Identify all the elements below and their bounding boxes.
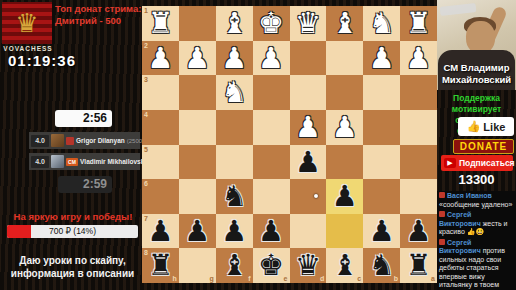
top-donation-value: Дмитрий - 500 xyxy=(55,15,150,27)
channel-logo: ♛ xyxy=(2,2,52,44)
piece-wQ: ♛ xyxy=(290,6,327,41)
piece-bP: ♟ xyxy=(142,214,179,249)
piece-bP: ♟ xyxy=(253,214,290,249)
piece-bR: ♜ xyxy=(400,248,437,283)
rank-label: 6 xyxy=(144,180,148,187)
piece-bP: ♟ xyxy=(400,214,437,249)
title-badge-icon xyxy=(66,137,74,145)
match-score-black: 4.0 xyxy=(31,156,49,168)
square-e8[interactable]: e♚ xyxy=(253,248,290,283)
piece-wP: ♟ xyxy=(290,110,327,145)
donate-button[interactable]: DONATE xyxy=(453,139,514,154)
donation-progress-bar: 700 ₽ (14%) xyxy=(7,225,138,238)
piece-bK: ♚ xyxy=(253,248,290,283)
square-d6[interactable] xyxy=(290,179,327,214)
piece-wB: ♝ xyxy=(326,6,363,41)
square-b8[interactable]: b♞ xyxy=(363,248,400,283)
square-d5[interactable]: ♟ xyxy=(290,145,327,180)
square-e4[interactable] xyxy=(253,110,290,145)
player-row-white: 4.0 Grigor Dilanyan (2500) xyxy=(29,132,140,149)
square-g1[interactable] xyxy=(179,6,216,41)
square-b1[interactable]: ♞ xyxy=(363,6,400,41)
chat-panel[interactable]: Вася Иванов «сообщение удалено»Сергей Ви… xyxy=(437,191,516,290)
square-a4[interactable] xyxy=(400,110,437,145)
square-e5[interactable] xyxy=(253,145,290,180)
stream-overlay: ♛ VOVACHESS Топ донат стрима: Дмитрий - … xyxy=(0,0,516,290)
square-h2[interactable]: 2♟ xyxy=(142,41,179,76)
rank-label: 3 xyxy=(144,76,148,83)
youtube-play-icon: ▶ xyxy=(444,158,456,168)
file-label: g xyxy=(209,275,213,282)
avatar xyxy=(51,155,64,168)
square-b3[interactable] xyxy=(363,75,400,110)
square-h1[interactable]: 1♜ xyxy=(142,6,179,41)
top-donation-label: Топ донат стрима: xyxy=(55,3,150,15)
like-label: Like xyxy=(483,121,505,133)
piece-wP: ♟ xyxy=(326,110,363,145)
square-d3[interactable] xyxy=(290,75,327,110)
white-clock: 2:56 xyxy=(55,110,112,127)
cm-title-badge: CM xyxy=(66,158,78,166)
square-d1[interactable]: ♛ xyxy=(290,6,327,41)
square-b4[interactable] xyxy=(363,110,400,145)
square-e3[interactable] xyxy=(253,75,290,110)
square-e7[interactable]: ♟ xyxy=(253,214,290,249)
square-d7[interactable] xyxy=(290,214,327,249)
square-c6[interactable]: ♟ xyxy=(326,179,363,214)
square-f3[interactable]: ♞ xyxy=(216,75,253,110)
square-f5[interactable] xyxy=(216,145,253,180)
chat-username: Вася Иванов xyxy=(447,192,492,199)
chat-user-badge-icon xyxy=(439,192,445,198)
square-b6[interactable] xyxy=(363,179,400,214)
chat-username: Сергей Викторович xyxy=(439,211,483,227)
chat-message: Сергей Викторович жесть и красиво 👍😃 xyxy=(439,211,514,237)
piece-wR: ♜ xyxy=(400,6,437,41)
streamer-name-overlay: СМ Владимир Михайловский xyxy=(437,62,516,86)
rank-label: 4 xyxy=(144,111,148,118)
chat-message: Вася Иванов «сообщение удалено» xyxy=(439,192,514,209)
chess-board[interactable]: 1♜♝♚♛♝♞♜2♟♟♟♟♟♟3♞4♟♟5♟6♞♟7♟♟♟♟♟♟8h♜gf♝e♚… xyxy=(142,6,437,283)
square-d2[interactable] xyxy=(290,41,327,76)
square-g4[interactable] xyxy=(179,110,216,145)
square-g5[interactable] xyxy=(179,145,216,180)
square-e2[interactable]: ♟ xyxy=(253,41,290,76)
piece-wN: ♞ xyxy=(216,75,253,110)
subscriber-count: 13300 xyxy=(437,172,516,187)
square-a5[interactable] xyxy=(400,145,437,180)
piece-wK: ♚ xyxy=(253,6,290,41)
piece-bB: ♝ xyxy=(326,248,363,283)
square-h4[interactable]: 4 xyxy=(142,110,179,145)
chat-message: Сергей Викторович против сильных надо св… xyxy=(439,239,514,290)
square-d8[interactable]: d♛ xyxy=(290,248,327,283)
square-c5[interactable] xyxy=(326,145,363,180)
donation-progress-text: 700 ₽ (14%) xyxy=(7,225,138,238)
subscribe-label: Подписаться xyxy=(459,158,515,168)
square-g7[interactable]: ♟ xyxy=(179,214,216,249)
avatar xyxy=(51,134,64,147)
piece-bP: ♟ xyxy=(216,214,253,249)
square-g6[interactable] xyxy=(179,179,216,214)
piece-wP: ♟ xyxy=(400,41,437,76)
piece-bN: ♞ xyxy=(216,179,253,214)
square-c7[interactable] xyxy=(326,214,363,249)
piece-wP: ♟ xyxy=(216,41,253,76)
square-g3[interactable] xyxy=(179,75,216,110)
chat-text: «сообщение удалено» xyxy=(439,201,512,208)
subscribe-button[interactable]: ▶ Подписаться xyxy=(441,155,513,171)
square-f2[interactable]: ♟ xyxy=(216,41,253,76)
piece-wP: ♟ xyxy=(253,41,290,76)
piece-wP: ♟ xyxy=(142,41,179,76)
square-h7[interactable]: 7♟ xyxy=(142,214,179,249)
piece-wP: ♟ xyxy=(179,41,216,76)
square-b7[interactable]: ♟ xyxy=(363,214,400,249)
square-f8[interactable]: f♝ xyxy=(216,248,253,283)
square-c3[interactable] xyxy=(326,75,363,110)
like-button[interactable]: 👍 Like xyxy=(458,117,514,136)
square-a6[interactable] xyxy=(400,179,437,214)
piece-wP: ♟ xyxy=(363,41,400,76)
square-c1[interactable]: ♝ xyxy=(326,6,363,41)
square-f1[interactable]: ♝ xyxy=(216,6,253,41)
square-h5[interactable]: 5 xyxy=(142,145,179,180)
stream-timer: 01:19:36 xyxy=(8,52,76,69)
piece-bP: ♟ xyxy=(179,214,216,249)
player-name: Vladimir Mikhailovsky xyxy=(80,158,148,165)
piece-wB: ♝ xyxy=(216,6,253,41)
piece-wN: ♞ xyxy=(363,6,400,41)
square-a2[interactable]: ♟ xyxy=(400,41,437,76)
black-clock: 2:59 xyxy=(58,176,112,193)
square-h6[interactable]: 6 xyxy=(142,179,179,214)
queen-logo-icon: ♛ xyxy=(15,10,38,36)
square-a8[interactable]: a♜ xyxy=(400,248,437,283)
square-g8[interactable]: g xyxy=(179,248,216,283)
piece-wR: ♜ xyxy=(142,6,179,41)
lessons-ad-text: Даю уроки по скайпу, информация в описан… xyxy=(0,254,145,280)
player-name: Grigor Dilanyan xyxy=(76,137,125,144)
piece-bP: ♟ xyxy=(363,214,400,249)
square-f7[interactable]: ♟ xyxy=(216,214,253,249)
top-donation-banner: Топ донат стрима: Дмитрий - 500 xyxy=(55,3,150,27)
square-h8[interactable]: 8h♜ xyxy=(142,248,179,283)
piece-bR: ♜ xyxy=(142,248,179,283)
square-c4[interactable]: ♟ xyxy=(326,110,363,145)
square-b5[interactable] xyxy=(363,145,400,180)
square-c2[interactable] xyxy=(326,41,363,76)
square-c8[interactable]: c♝ xyxy=(326,248,363,283)
square-b2[interactable]: ♟ xyxy=(363,41,400,76)
thumbs-up-icon: 👍 xyxy=(467,121,481,132)
piece-bP: ♟ xyxy=(290,145,327,180)
square-a1[interactable]: ♜ xyxy=(400,6,437,41)
piece-bB: ♝ xyxy=(216,248,253,283)
square-g2[interactable]: ♟ xyxy=(179,41,216,76)
square-e6[interactable] xyxy=(253,179,290,214)
channel-name: VOVACHESS xyxy=(0,45,56,52)
piece-bN: ♞ xyxy=(363,248,400,283)
chat-user-badge-icon xyxy=(439,211,445,217)
rank-label: 5 xyxy=(144,146,148,153)
square-a3[interactable] xyxy=(400,75,437,110)
player-row-black: 4.0 CM Vladimir Mikhailovsky (2787) xyxy=(29,153,140,170)
square-f4[interactable] xyxy=(216,110,253,145)
square-a7[interactable]: ♟ xyxy=(400,214,437,249)
square-e1[interactable]: ♚ xyxy=(253,6,290,41)
square-h3[interactable]: 3 xyxy=(142,75,179,110)
webcam-watermark xyxy=(440,3,477,16)
square-f6[interactable]: ♞ xyxy=(216,179,253,214)
chat-user-badge-icon xyxy=(439,239,445,245)
donation-goal-title: На яркую игру и победы! xyxy=(4,211,142,222)
piece-bP: ♟ xyxy=(326,179,363,214)
match-score-white: 4.0 xyxy=(31,135,49,147)
piece-bQ: ♛ xyxy=(290,248,327,283)
chat-username: Сергей Викторович xyxy=(439,239,483,255)
square-d4[interactable]: ♟ xyxy=(290,110,327,145)
